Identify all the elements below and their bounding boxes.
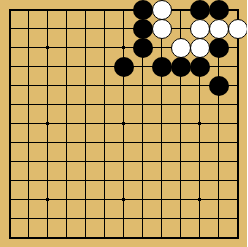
intersection[interactable] bbox=[190, 114, 209, 133]
intersection[interactable] bbox=[0, 228, 19, 247]
intersection[interactable] bbox=[57, 190, 76, 209]
intersection[interactable] bbox=[114, 95, 133, 114]
intersection[interactable] bbox=[95, 95, 114, 114]
intersection[interactable] bbox=[209, 57, 228, 76]
intersection[interactable] bbox=[19, 171, 38, 190]
intersection[interactable] bbox=[38, 171, 57, 190]
intersection[interactable] bbox=[57, 133, 76, 152]
intersection[interactable] bbox=[19, 76, 38, 95]
intersection[interactable] bbox=[57, 114, 76, 133]
intersection[interactable] bbox=[171, 19, 190, 38]
intersection[interactable] bbox=[152, 209, 171, 228]
intersection[interactable] bbox=[76, 38, 95, 57]
intersection[interactable] bbox=[114, 190, 133, 209]
intersection[interactable] bbox=[19, 19, 38, 38]
intersection[interactable] bbox=[171, 190, 190, 209]
white-stone[interactable] bbox=[152, 19, 172, 39]
intersection[interactable] bbox=[228, 57, 247, 76]
intersection[interactable] bbox=[95, 133, 114, 152]
intersection[interactable] bbox=[152, 133, 171, 152]
intersection[interactable] bbox=[19, 57, 38, 76]
black-stone[interactable] bbox=[209, 38, 229, 58]
intersection[interactable] bbox=[38, 228, 57, 247]
black-stone[interactable] bbox=[133, 38, 153, 58]
intersection[interactable] bbox=[0, 114, 19, 133]
black-stone[interactable] bbox=[190, 0, 210, 20]
intersection[interactable] bbox=[38, 133, 57, 152]
intersection[interactable] bbox=[152, 152, 171, 171]
intersection[interactable] bbox=[95, 114, 114, 133]
intersection[interactable] bbox=[0, 76, 19, 95]
intersection[interactable] bbox=[76, 152, 95, 171]
intersection[interactable] bbox=[133, 209, 152, 228]
intersection[interactable] bbox=[114, 171, 133, 190]
intersection[interactable] bbox=[190, 209, 209, 228]
intersection[interactable] bbox=[152, 76, 171, 95]
intersection[interactable] bbox=[133, 133, 152, 152]
intersection[interactable] bbox=[19, 38, 38, 57]
intersection[interactable] bbox=[209, 114, 228, 133]
intersection[interactable] bbox=[228, 95, 247, 114]
intersection[interactable] bbox=[171, 0, 190, 19]
intersection[interactable] bbox=[76, 57, 95, 76]
intersection[interactable] bbox=[133, 152, 152, 171]
intersection[interactable] bbox=[209, 152, 228, 171]
intersection[interactable] bbox=[76, 133, 95, 152]
intersection[interactable] bbox=[19, 133, 38, 152]
intersection[interactable] bbox=[228, 190, 247, 209]
intersection[interactable] bbox=[228, 152, 247, 171]
intersection[interactable] bbox=[171, 133, 190, 152]
intersection[interactable] bbox=[95, 152, 114, 171]
intersection[interactable] bbox=[0, 19, 19, 38]
intersection[interactable] bbox=[228, 114, 247, 133]
intersection[interactable] bbox=[209, 228, 228, 247]
intersection[interactable] bbox=[57, 19, 76, 38]
intersection[interactable] bbox=[38, 114, 57, 133]
intersection[interactable] bbox=[57, 228, 76, 247]
intersection[interactable] bbox=[171, 171, 190, 190]
intersection[interactable] bbox=[133, 228, 152, 247]
intersection[interactable] bbox=[57, 171, 76, 190]
intersection[interactable] bbox=[38, 38, 57, 57]
intersection[interactable] bbox=[95, 190, 114, 209]
intersection[interactable] bbox=[228, 76, 247, 95]
intersection[interactable] bbox=[171, 152, 190, 171]
black-stone[interactable] bbox=[171, 57, 191, 77]
intersection[interactable] bbox=[152, 171, 171, 190]
intersection[interactable] bbox=[152, 190, 171, 209]
intersection[interactable] bbox=[0, 133, 19, 152]
intersection[interactable] bbox=[38, 95, 57, 114]
intersection[interactable] bbox=[76, 114, 95, 133]
intersection[interactable] bbox=[133, 57, 152, 76]
intersection[interactable] bbox=[76, 209, 95, 228]
intersection[interactable] bbox=[171, 209, 190, 228]
intersection[interactable] bbox=[38, 76, 57, 95]
intersection[interactable] bbox=[76, 19, 95, 38]
intersection[interactable] bbox=[152, 95, 171, 114]
intersection[interactable] bbox=[190, 95, 209, 114]
intersection[interactable] bbox=[95, 19, 114, 38]
intersection[interactable] bbox=[114, 0, 133, 19]
intersection[interactable] bbox=[209, 133, 228, 152]
intersection[interactable] bbox=[190, 76, 209, 95]
intersection[interactable] bbox=[209, 95, 228, 114]
intersection[interactable] bbox=[0, 152, 19, 171]
intersection[interactable] bbox=[57, 38, 76, 57]
intersection[interactable] bbox=[209, 171, 228, 190]
intersection[interactable] bbox=[190, 190, 209, 209]
intersection[interactable] bbox=[114, 209, 133, 228]
intersection[interactable] bbox=[76, 95, 95, 114]
intersection[interactable] bbox=[38, 152, 57, 171]
intersection[interactable] bbox=[152, 114, 171, 133]
intersection[interactable] bbox=[190, 133, 209, 152]
intersection[interactable] bbox=[133, 95, 152, 114]
intersection[interactable] bbox=[228, 38, 247, 57]
intersection[interactable] bbox=[19, 152, 38, 171]
intersection[interactable] bbox=[228, 0, 247, 19]
intersection[interactable] bbox=[38, 190, 57, 209]
intersection[interactable] bbox=[114, 76, 133, 95]
black-stone[interactable] bbox=[114, 57, 134, 77]
intersection[interactable] bbox=[0, 171, 19, 190]
intersection[interactable] bbox=[0, 95, 19, 114]
intersection[interactable] bbox=[38, 19, 57, 38]
white-stone[interactable] bbox=[209, 19, 229, 39]
intersection[interactable] bbox=[171, 95, 190, 114]
intersection[interactable] bbox=[95, 57, 114, 76]
intersection[interactable] bbox=[0, 57, 19, 76]
black-stone[interactable] bbox=[152, 57, 172, 77]
intersection[interactable] bbox=[152, 228, 171, 247]
intersection[interactable] bbox=[95, 0, 114, 19]
intersection[interactable] bbox=[38, 209, 57, 228]
white-stone[interactable] bbox=[190, 19, 210, 39]
black-stone[interactable] bbox=[133, 19, 153, 39]
intersection[interactable] bbox=[133, 171, 152, 190]
intersection[interactable] bbox=[190, 228, 209, 247]
black-stone[interactable] bbox=[190, 57, 210, 77]
intersection[interactable] bbox=[228, 133, 247, 152]
black-stone[interactable] bbox=[209, 0, 229, 20]
intersection[interactable] bbox=[57, 57, 76, 76]
intersection[interactable] bbox=[133, 76, 152, 95]
intersection[interactable] bbox=[57, 76, 76, 95]
intersection[interactable] bbox=[95, 209, 114, 228]
intersection[interactable] bbox=[95, 171, 114, 190]
intersection[interactable] bbox=[76, 76, 95, 95]
intersection[interactable] bbox=[76, 190, 95, 209]
intersection[interactable] bbox=[0, 0, 19, 19]
intersection[interactable] bbox=[38, 57, 57, 76]
white-stone[interactable] bbox=[228, 19, 248, 39]
intersection[interactable] bbox=[0, 209, 19, 228]
intersection[interactable] bbox=[38, 0, 57, 19]
intersection[interactable] bbox=[57, 0, 76, 19]
intersection[interactable] bbox=[95, 76, 114, 95]
intersection[interactable] bbox=[57, 152, 76, 171]
intersection[interactable] bbox=[114, 38, 133, 57]
white-stone[interactable] bbox=[171, 38, 191, 58]
intersection[interactable] bbox=[190, 171, 209, 190]
intersection[interactable] bbox=[228, 171, 247, 190]
intersection[interactable] bbox=[114, 133, 133, 152]
intersection[interactable] bbox=[76, 171, 95, 190]
intersection[interactable] bbox=[19, 190, 38, 209]
intersection[interactable] bbox=[114, 114, 133, 133]
intersection[interactable] bbox=[19, 95, 38, 114]
intersection[interactable] bbox=[133, 114, 152, 133]
intersection[interactable] bbox=[190, 152, 209, 171]
intersection[interactable] bbox=[76, 0, 95, 19]
go-board bbox=[0, 0, 247, 247]
intersection[interactable] bbox=[19, 114, 38, 133]
intersection[interactable] bbox=[76, 228, 95, 247]
intersection[interactable] bbox=[209, 190, 228, 209]
white-stone[interactable] bbox=[152, 0, 172, 20]
intersection[interactable] bbox=[114, 152, 133, 171]
white-stone[interactable] bbox=[190, 38, 210, 58]
intersection[interactable] bbox=[95, 228, 114, 247]
intersection[interactable] bbox=[57, 209, 76, 228]
intersection[interactable] bbox=[228, 228, 247, 247]
intersection[interactable] bbox=[171, 114, 190, 133]
intersection[interactable] bbox=[57, 95, 76, 114]
intersection[interactable] bbox=[0, 38, 19, 57]
intersection[interactable] bbox=[19, 228, 38, 247]
intersection[interactable] bbox=[19, 0, 38, 19]
intersection[interactable] bbox=[95, 38, 114, 57]
intersection[interactable] bbox=[114, 228, 133, 247]
intersection[interactable] bbox=[171, 228, 190, 247]
intersection[interactable] bbox=[133, 190, 152, 209]
intersection[interactable] bbox=[114, 19, 133, 38]
intersection[interactable] bbox=[228, 209, 247, 228]
black-stone[interactable] bbox=[209, 76, 229, 96]
intersection[interactable] bbox=[209, 209, 228, 228]
intersection[interactable] bbox=[19, 209, 38, 228]
intersection[interactable] bbox=[152, 38, 171, 57]
black-stone[interactable] bbox=[133, 0, 153, 20]
intersection[interactable] bbox=[0, 190, 19, 209]
intersection[interactable] bbox=[171, 76, 190, 95]
